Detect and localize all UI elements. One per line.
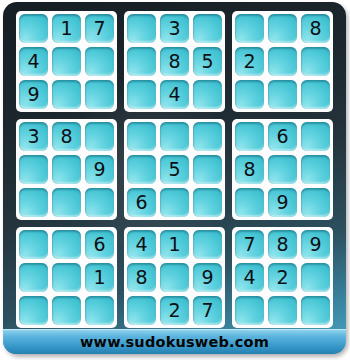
sudoku-box-1: 1749	[16, 11, 117, 112]
cell-r5c2[interactable]	[52, 155, 81, 184]
cell-r2c9[interactable]	[301, 47, 330, 76]
cell-r3c7[interactable]	[235, 80, 264, 109]
sudoku-box-7: 61	[16, 227, 117, 328]
cell-r2c3[interactable]	[85, 47, 114, 76]
cell-r6c1[interactable]	[19, 188, 48, 217]
cell-r4c9[interactable]	[301, 122, 330, 151]
cell-r3c3[interactable]	[85, 80, 114, 109]
cell-r7c5: 1	[160, 230, 189, 259]
cell-r5c3: 9	[85, 155, 114, 184]
cell-r3c8[interactable]	[268, 80, 297, 109]
sudoku-box-5: 56	[124, 119, 225, 220]
cell-r4c1: 3	[19, 122, 48, 151]
board-frame: 1749385482389566896141892778942 www.sudo…	[3, 2, 346, 354]
cell-r3c4[interactable]	[127, 80, 156, 109]
cell-r5c7: 8	[235, 155, 264, 184]
cell-r4c4[interactable]	[127, 122, 156, 151]
cell-r2c7: 2	[235, 47, 264, 76]
sudoku-box-9: 78942	[232, 227, 333, 328]
cell-r2c8[interactable]	[268, 47, 297, 76]
cell-r4c2: 8	[52, 122, 81, 151]
cell-r4c3[interactable]	[85, 122, 114, 151]
cell-r3c5: 4	[160, 80, 189, 109]
cell-r9c9[interactable]	[301, 296, 330, 325]
footer-bar: www.sudokusweb.com	[3, 329, 346, 354]
cell-r9c8[interactable]	[268, 296, 297, 325]
cell-r7c7: 7	[235, 230, 264, 259]
cell-r8c5[interactable]	[160, 263, 189, 292]
sudoku-box-6: 689	[232, 119, 333, 220]
cell-r7c4: 4	[127, 230, 156, 259]
cell-r6c4: 6	[127, 188, 156, 217]
cell-r5c8[interactable]	[268, 155, 297, 184]
cell-r7c1[interactable]	[19, 230, 48, 259]
cell-r4c6[interactable]	[193, 122, 222, 151]
cell-r1c2: 1	[52, 14, 81, 43]
cell-r5c6[interactable]	[193, 155, 222, 184]
cell-r8c8: 2	[268, 263, 297, 292]
cell-r3c1: 9	[19, 80, 48, 109]
cell-r2c1: 4	[19, 47, 48, 76]
cell-r6c7[interactable]	[235, 188, 264, 217]
cell-r8c4: 8	[127, 263, 156, 292]
cell-r5c5: 5	[160, 155, 189, 184]
cell-r6c6[interactable]	[193, 188, 222, 217]
sudoku-box-4: 389	[16, 119, 117, 220]
cell-r1c9: 8	[301, 14, 330, 43]
cell-r7c6[interactable]	[193, 230, 222, 259]
cell-r1c6[interactable]	[193, 14, 222, 43]
cell-r8c9[interactable]	[301, 263, 330, 292]
website-link[interactable]: www.sudokusweb.com	[80, 334, 269, 350]
sudoku-board: 1749385482389566896141892778942	[16, 11, 333, 328]
cell-r1c4[interactable]	[127, 14, 156, 43]
cell-r2c5: 8	[160, 47, 189, 76]
cell-r6c2[interactable]	[52, 188, 81, 217]
cell-r8c6: 9	[193, 263, 222, 292]
cell-r5c4[interactable]	[127, 155, 156, 184]
cell-r7c2[interactable]	[52, 230, 81, 259]
cell-r8c7: 4	[235, 263, 264, 292]
cell-r4c8: 6	[268, 122, 297, 151]
sudoku-box-8: 418927	[124, 227, 225, 328]
cell-r7c3: 6	[85, 230, 114, 259]
cell-r7c9: 9	[301, 230, 330, 259]
cell-r9c2[interactable]	[52, 296, 81, 325]
cell-r1c7[interactable]	[235, 14, 264, 43]
cell-r1c3: 7	[85, 14, 114, 43]
cell-r2c4[interactable]	[127, 47, 156, 76]
cell-r3c2[interactable]	[52, 80, 81, 109]
cell-r1c8[interactable]	[268, 14, 297, 43]
cell-r9c7[interactable]	[235, 296, 264, 325]
cell-r8c3: 1	[85, 263, 114, 292]
sudoku-box-2: 3854	[124, 11, 225, 112]
cell-r4c5[interactable]	[160, 122, 189, 151]
cell-r6c3[interactable]	[85, 188, 114, 217]
cell-r6c5[interactable]	[160, 188, 189, 217]
cell-r3c6[interactable]	[193, 80, 222, 109]
cell-r8c1[interactable]	[19, 263, 48, 292]
sudoku-page: 1749385482389566896141892778942 www.sudo…	[0, 0, 350, 360]
cell-r9c5: 2	[160, 296, 189, 325]
cell-r8c2[interactable]	[52, 263, 81, 292]
cell-r1c1[interactable]	[19, 14, 48, 43]
cell-r4c7[interactable]	[235, 122, 264, 151]
cell-r6c9[interactable]	[301, 188, 330, 217]
cell-r2c6: 5	[193, 47, 222, 76]
cell-r3c9[interactable]	[301, 80, 330, 109]
cell-r2c2[interactable]	[52, 47, 81, 76]
cell-r6c8: 9	[268, 188, 297, 217]
cell-r5c9[interactable]	[301, 155, 330, 184]
sudoku-box-3: 82	[232, 11, 333, 112]
cell-r9c1[interactable]	[19, 296, 48, 325]
cell-r5c1[interactable]	[19, 155, 48, 184]
cell-r9c3[interactable]	[85, 296, 114, 325]
cell-r7c8: 8	[268, 230, 297, 259]
cell-r9c4[interactable]	[127, 296, 156, 325]
cell-r1c5: 3	[160, 14, 189, 43]
cell-r9c6: 7	[193, 296, 222, 325]
